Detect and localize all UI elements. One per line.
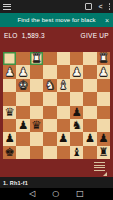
square-a2[interactable]: ♟ (97, 65, 110, 78)
square-d3[interactable]: ♝ (57, 79, 70, 92)
square-c4[interactable] (70, 92, 83, 105)
square-a1[interactable]: ♜ (97, 52, 110, 65)
elo-label: ELO (4, 32, 18, 39)
square-g5[interactable] (16, 106, 29, 119)
square-g7[interactable] (16, 132, 29, 145)
square-d7[interactable]: ♟ (57, 132, 70, 145)
square-b5[interactable] (83, 106, 96, 119)
task-banner: Find the best move for black × (0, 13, 113, 27)
android-nav-bar: ◁ ○ □ (0, 188, 113, 200)
black-P-piece: ♟ (98, 132, 108, 145)
square-a3[interactable] (97, 79, 110, 92)
square-c8[interactable]: ♝ (70, 146, 83, 159)
square-f8[interactable] (30, 146, 43, 159)
black-Q-piece: ♛ (31, 119, 41, 132)
resize-handle-icon[interactable] (103, 172, 107, 176)
move-list-icon[interactable] (94, 162, 105, 171)
square-c5[interactable]: ♟ (70, 106, 83, 119)
black-P-piece: ♟ (85, 132, 95, 145)
square-f5[interactable] (30, 106, 43, 119)
black-B-piece: ♝ (71, 146, 81, 159)
square-f6[interactable]: ♛ (30, 119, 43, 132)
square-e4[interactable] (43, 92, 56, 105)
white-K-piece: ♚ (18, 79, 28, 92)
square-h8[interactable]: ♚ (3, 146, 16, 159)
white-R-piece: ♜ (98, 52, 108, 65)
square-c1[interactable] (70, 52, 83, 65)
square-d4[interactable] (57, 92, 70, 105)
square-a8[interactable]: ♜ (97, 146, 110, 159)
white-P-piece: ♟ (18, 66, 28, 79)
square-h1[interactable] (3, 52, 16, 65)
square-d1[interactable] (57, 52, 70, 65)
square-h3[interactable] (3, 79, 16, 92)
board-area: ♜♜♟♟♟♟♚♞♝♛♟♟♛♞♟♟♟♟♚♝♜ (0, 52, 113, 159)
square-h7[interactable]: ♟ (3, 132, 16, 145)
black-K-piece: ♚ (5, 146, 15, 159)
close-icon[interactable]: × (105, 13, 109, 27)
square-g2[interactable]: ♟ (16, 65, 29, 78)
white-N-piece: ♞ (45, 79, 55, 92)
square-e3[interactable]: ♞ (43, 79, 56, 92)
square-d2[interactable] (57, 65, 70, 78)
square-g8[interactable] (16, 146, 29, 159)
square-b4[interactable] (83, 92, 96, 105)
square-f1[interactable]: ♜ (30, 52, 43, 65)
square-b6[interactable] (83, 119, 96, 132)
info-row: ELO 1,589.3 GIVE UP (0, 27, 113, 52)
square-h5[interactable]: ♛ (3, 106, 16, 119)
black-Q-piece: ♛ (5, 106, 15, 119)
give-up-button[interactable]: GIVE UP (81, 32, 109, 39)
move-text: 1. Rh1-f1 (3, 180, 28, 186)
square-d5[interactable] (57, 106, 70, 119)
square-b1[interactable] (83, 52, 96, 65)
square-e6[interactable] (43, 119, 56, 132)
square-h4[interactable] (3, 92, 16, 105)
square-b3[interactable] (83, 79, 96, 92)
square-f4[interactable] (30, 92, 43, 105)
recents-button[interactable]: □ (76, 190, 84, 198)
square-h6[interactable] (3, 119, 16, 132)
square-b8[interactable] (83, 146, 96, 159)
back-button[interactable]: ◁ (29, 190, 35, 198)
square-b7[interactable]: ♟ (83, 132, 96, 145)
white-R-piece: ♜ (31, 52, 41, 65)
square-e2[interactable] (43, 65, 56, 78)
square-c3[interactable] (70, 79, 83, 92)
square-e1[interactable] (43, 52, 56, 65)
black-P-piece: ♟ (58, 132, 68, 145)
elo-value: 1,589.3 (22, 32, 45, 39)
white-P-piece: ♟ (98, 66, 108, 79)
white-P-piece: ♟ (5, 66, 15, 79)
black-N-piece: ♞ (71, 119, 81, 132)
square-e8[interactable] (43, 146, 56, 159)
square-d8[interactable] (57, 146, 70, 159)
elo-rating: ELO 1,589.3 (4, 32, 45, 39)
square-g3[interactable]: ♚ (16, 79, 29, 92)
screen-icon (85, 3, 92, 10)
square-f2[interactable] (30, 65, 43, 78)
square-g4[interactable] (16, 92, 29, 105)
white-P-piece: ♟ (71, 66, 81, 79)
board-footer (0, 159, 113, 177)
square-a4[interactable] (97, 92, 110, 105)
square-d6[interactable] (57, 119, 70, 132)
menu-icon[interactable] (3, 4, 11, 10)
black-P-piece: ♟ (71, 106, 81, 119)
square-f7[interactable] (30, 132, 43, 145)
square-f3[interactable] (30, 79, 43, 92)
chess-board: ♜♜♟♟♟♟♚♞♝♛♟♟♛♞♟♟♟♟♚♝♜ (3, 52, 110, 159)
square-c6[interactable]: ♞ (70, 119, 83, 132)
square-g6[interactable]: ♟ (16, 119, 29, 132)
move-bar[interactable]: 1. Rh1-f1 (0, 177, 113, 188)
overflow-menu-icon[interactable] (109, 3, 111, 10)
square-c7[interactable] (70, 132, 83, 145)
square-a7[interactable]: ♟ (97, 132, 110, 145)
square-c2[interactable]: ♟ (70, 65, 83, 78)
square-h2[interactable]: ♟ (3, 65, 16, 78)
square-g1[interactable] (16, 52, 29, 65)
black-P-piece: ♟ (5, 132, 15, 145)
black-R-piece: ♜ (98, 146, 108, 159)
square-e7[interactable] (43, 132, 56, 145)
square-e5[interactable] (43, 106, 56, 119)
square-b2[interactable] (83, 65, 96, 78)
share-icon[interactable]: < (98, 3, 102, 11)
white-B-piece: ♝ (58, 79, 68, 92)
status-bar: < (0, 0, 113, 13)
app-screen: < Find the best move for black × ELO 1,5… (0, 0, 113, 200)
black-P-piece: ♟ (18, 119, 28, 132)
home-button[interactable]: ○ (52, 190, 59, 198)
task-banner-text: Find the best move for black (17, 17, 95, 23)
square-a5[interactable] (97, 106, 110, 119)
square-a6[interactable] (97, 119, 110, 132)
